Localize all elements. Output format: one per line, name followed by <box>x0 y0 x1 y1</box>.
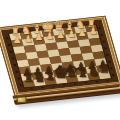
brass-fitting <box>119 85 120 88</box>
board-grid <box>9 24 111 87</box>
chess-set-product-photo: ♜♞♝♚♛♝♞♜♟♟♟♟♟♟♟♟♟♟♟♟♟♟♟♟♜♞♝♚♛♝♞♜ <box>0 0 120 120</box>
board-frame <box>0 19 120 94</box>
chess-board-box <box>0 16 120 96</box>
brass-latch <box>17 97 27 103</box>
square-a8 <box>98 71 111 79</box>
